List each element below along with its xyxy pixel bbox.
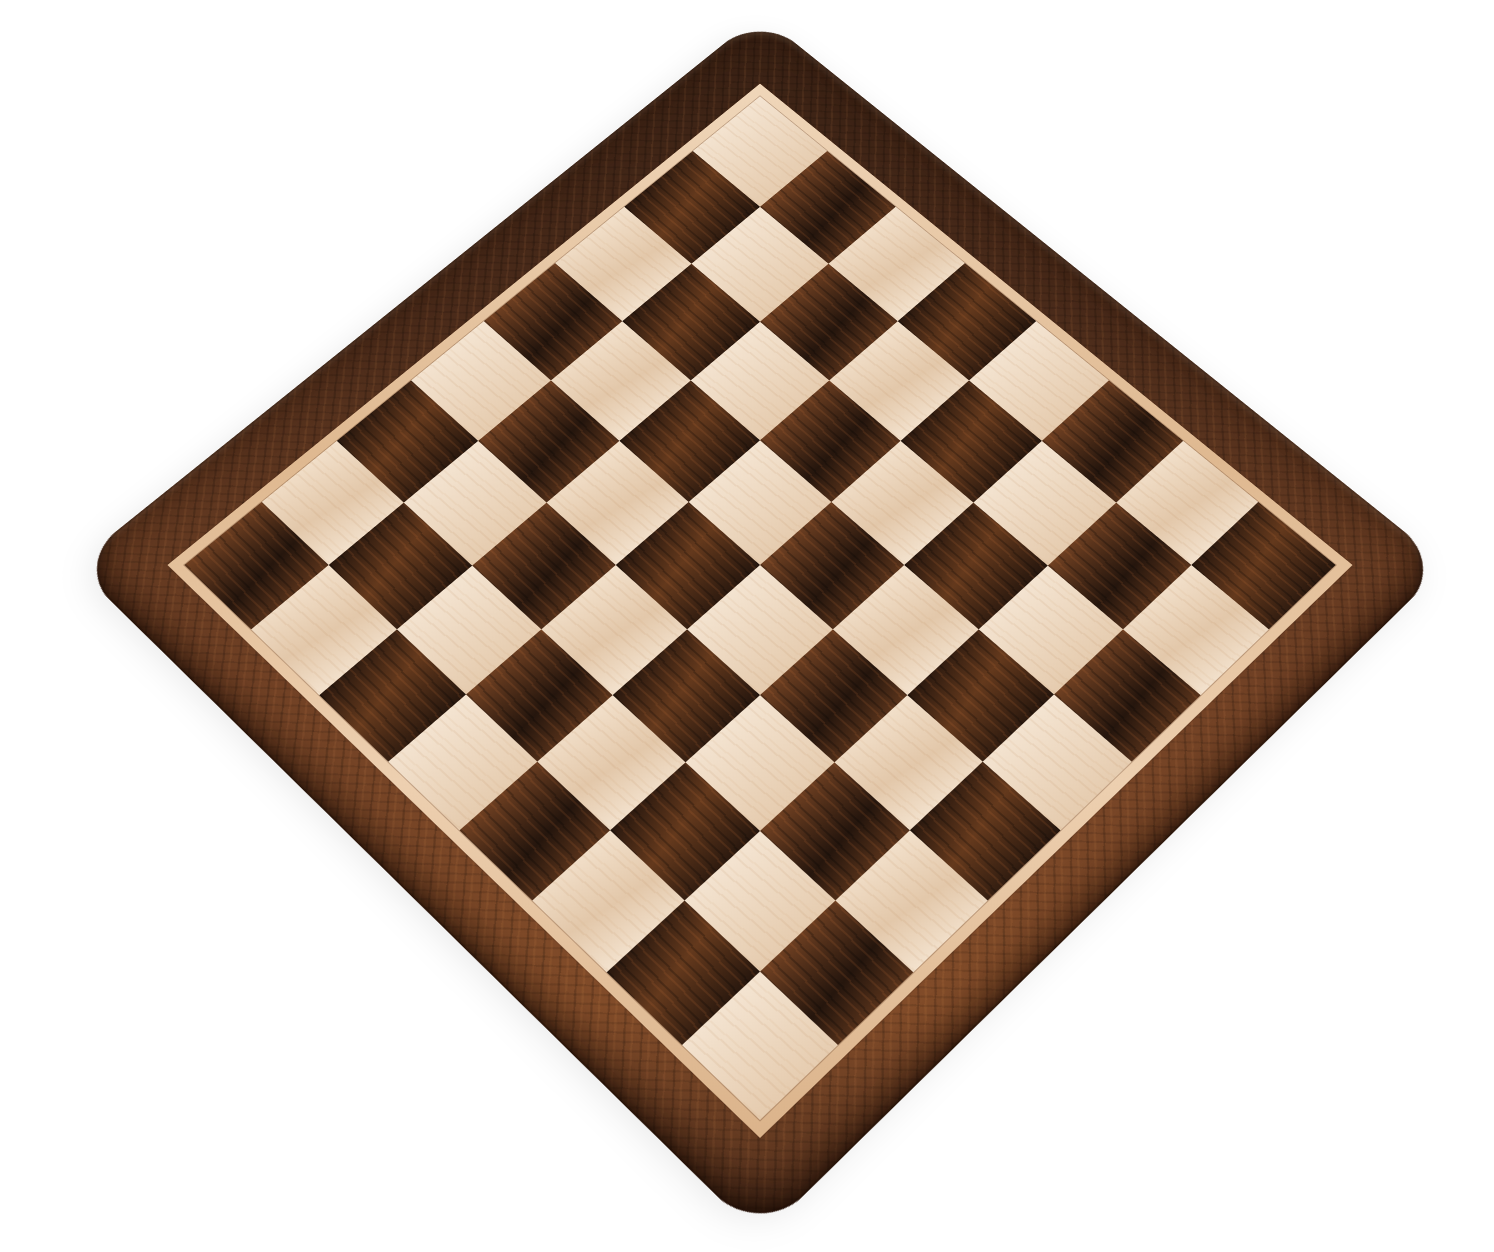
board-scene — [275, 80, 1245, 1050]
playing-field — [184, 96, 1335, 1120]
maple-inlay-border — [167, 84, 1352, 1138]
photo-background — [0, 0, 1494, 1252]
chess-board — [74, 15, 1446, 1239]
